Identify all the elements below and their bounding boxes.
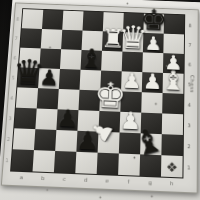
- square-b1[interactable]: [33, 150, 56, 172]
- square-a2[interactable]: [13, 128, 36, 150]
- file-label-f: f: [128, 179, 130, 184]
- square-b2[interactable]: [34, 129, 56, 151]
- square-e1[interactable]: [97, 153, 119, 175]
- square-a3[interactable]: [14, 108, 36, 129]
- rank-label-left-3: 3: [8, 115, 12, 120]
- rank-label-right-2: 2: [187, 143, 190, 148]
- piece-black-P-c3[interactable]: ♟: [56, 107, 79, 131]
- file-label-g: g: [148, 180, 151, 185]
- rank-label-left-8: 8: [16, 16, 19, 21]
- square-c1[interactable]: [54, 151, 76, 173]
- square-c8[interactable]: [62, 11, 83, 31]
- square-c2[interactable]: [55, 130, 77, 152]
- square-d1[interactable]: [75, 152, 97, 174]
- piece-white-P-g5[interactable]: ♟: [142, 71, 162, 93]
- piece-black-K-g8[interactable]: ♚: [140, 5, 167, 34]
- file-label-d: d: [84, 177, 87, 182]
- piece-white-P-h6[interactable]: ♟: [164, 53, 183, 74]
- rank-label-left-4: 4: [10, 95, 14, 100]
- rank-label-right-7: 7: [188, 42, 191, 47]
- corner-ornament-icon: ❖: [166, 159, 178, 173]
- rank-label-right-3: 3: [187, 122, 190, 127]
- file-label-h: h: [170, 181, 173, 186]
- rank-label-right-1: 1: [187, 164, 190, 169]
- rank-label-right-4: 4: [188, 102, 191, 107]
- chess-board: ❖ abcdefgh1122334455667788 Chess ♚♛♜♟♝♟♛…: [1, 2, 199, 193]
- board-scuffs: [23, 9, 24, 10]
- square-b8[interactable]: [42, 10, 63, 30]
- rank-label-left-1: 1: [5, 157, 9, 162]
- square-b7[interactable]: [41, 29, 63, 49]
- piece-black-P-b5[interactable]: ♟: [39, 67, 60, 89]
- rank-label-right-8: 8: [188, 23, 191, 28]
- file-label-e: e: [105, 178, 108, 183]
- file-label-c: c: [63, 176, 66, 181]
- file-label-a: a: [20, 174, 23, 179]
- file-label-b: b: [41, 175, 45, 180]
- square-c5[interactable]: [59, 69, 81, 90]
- square-b3[interactable]: [35, 108, 57, 129]
- rank-label-left-2: 2: [7, 136, 11, 141]
- piece-white-R-e7[interactable]: ♜: [100, 25, 125, 52]
- square-h3[interactable]: [162, 113, 183, 135]
- piece-white-P-g7[interactable]: ♟: [144, 34, 162, 53]
- table-mat: ❖ abcdefgh1122334455667788 Chess ♚♛♜♟♝♟♛…: [0, 0, 200, 200]
- square-a7[interactable]: [20, 28, 42, 48]
- square-a1[interactable]: [11, 149, 34, 171]
- rank-label-right-6: 6: [188, 62, 191, 67]
- rank-label-left-7: 7: [14, 35, 17, 40]
- square-a8[interactable]: [22, 9, 44, 29]
- piece-white-P-f5[interactable]: ♟: [122, 70, 142, 92]
- photo-scene: ❖ abcdefgh1122334455667788 Chess ♚♛♜♟♝♟♛…: [0, 0, 200, 200]
- square-g4[interactable]: [141, 92, 162, 113]
- board-brand-label: Chess: [189, 75, 195, 93]
